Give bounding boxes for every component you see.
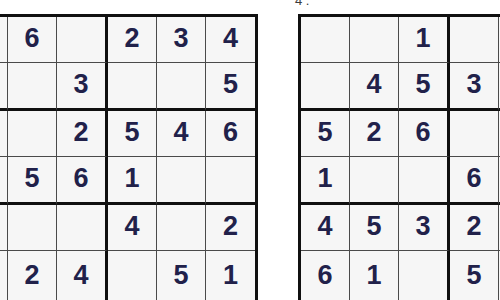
sudoku-cell-left-r1c5: 3 [157, 17, 206, 63]
sudoku-cell-left-r2c4 [108, 63, 157, 111]
puzzle-number-label: 4 . [295, 0, 309, 8]
sudoku-cell-left-r2c5 [157, 63, 206, 111]
sudoku-cell-right-r1c4 [450, 17, 499, 63]
sudoku-cell-left-r1c6: 4 [206, 17, 255, 63]
sudoku-cell-right-r6c2: 1 [350, 251, 399, 300]
sudoku-cell-left-r3c3: 2 [57, 111, 108, 157]
sudoku-cell-left-r5c4: 4 [108, 205, 157, 251]
sudoku-cell-left-r1c3 [57, 17, 108, 63]
sudoku-page: 4 . 6234352546561422451 1453526164532615 [0, 0, 500, 300]
sudoku-cell-left-r2c6: 5 [206, 63, 255, 111]
sudoku-cell-left-r3c4: 5 [108, 111, 157, 157]
sudoku-cell-left-r3c6: 6 [206, 111, 255, 157]
sudoku-cell-right-r2c3: 5 [399, 63, 450, 111]
sudoku-cell-left-r4c3: 6 [57, 157, 108, 205]
sudoku-cell-left-r2c2 [8, 63, 57, 111]
sudoku-cell-left-r4c6 [206, 157, 255, 205]
sudoku-cell-left-r6c1 [0, 251, 8, 300]
sudoku-cell-right-r2c2: 4 [350, 63, 399, 111]
sudoku-cell-right-r3c4 [450, 111, 499, 157]
sudoku-cell-right-r6c3 [399, 251, 450, 300]
sudoku-cell-left-r3c1 [0, 111, 8, 157]
sudoku-cell-left-r6c4 [108, 251, 157, 300]
sudoku-cell-left-r2c1 [0, 63, 8, 111]
sudoku-cell-right-r5c4: 2 [450, 205, 499, 251]
sudoku-cell-left-r5c1 [0, 205, 8, 251]
sudoku-cell-right-r1c2 [350, 17, 399, 63]
sudoku-cell-right-r6c4: 5 [450, 251, 499, 300]
sudoku-cell-left-r5c2 [8, 205, 57, 251]
sudoku-cell-left-r6c5: 5 [157, 251, 206, 300]
sudoku-cell-left-r6c3: 4 [57, 251, 108, 300]
sudoku-cell-left-r4c5 [157, 157, 206, 205]
sudoku-cell-left-r2c3: 3 [57, 63, 108, 111]
sudoku-cell-left-r5c6: 2 [206, 205, 255, 251]
sudoku-board-right: 1453526164532615 [298, 14, 500, 300]
sudoku-cell-right-r2c1 [301, 63, 350, 111]
sudoku-cell-left-r5c5 [157, 205, 206, 251]
sudoku-cell-left-r1c2: 6 [8, 17, 57, 63]
sudoku-cell-right-r4c2 [350, 157, 399, 205]
sudoku-board-left: 6234352546561422451 [0, 14, 258, 300]
sudoku-cell-left-r4c1 [0, 157, 8, 205]
sudoku-cell-right-r5c3: 3 [399, 205, 450, 251]
sudoku-cell-right-r4c1: 1 [301, 157, 350, 205]
sudoku-cell-right-r1c1 [301, 17, 350, 63]
sudoku-cell-right-r5c2: 5 [350, 205, 399, 251]
sudoku-cell-right-r4c3 [399, 157, 450, 205]
sudoku-cell-right-r5c1: 4 [301, 205, 350, 251]
sudoku-cell-left-r3c5: 4 [157, 111, 206, 157]
sudoku-cell-left-r3c2 [8, 111, 57, 157]
sudoku-cell-right-r3c2: 2 [350, 111, 399, 157]
sudoku-cell-right-r6c1: 6 [301, 251, 350, 300]
sudoku-cell-left-r6c6: 1 [206, 251, 255, 300]
sudoku-cell-left-r1c4: 2 [108, 17, 157, 63]
sudoku-cell-right-r3c3: 6 [399, 111, 450, 157]
sudoku-cell-left-r6c2: 2 [8, 251, 57, 300]
sudoku-cell-left-r4c4: 1 [108, 157, 157, 205]
sudoku-cell-left-r4c2: 5 [8, 157, 57, 205]
sudoku-cell-right-r3c1: 5 [301, 111, 350, 157]
sudoku-cell-right-r1c3: 1 [399, 17, 450, 63]
sudoku-cell-left-r5c3 [57, 205, 108, 251]
sudoku-cell-left-r1c1 [0, 17, 8, 63]
sudoku-cell-right-r2c4: 3 [450, 63, 499, 111]
sudoku-cell-right-r4c4: 6 [450, 157, 499, 205]
